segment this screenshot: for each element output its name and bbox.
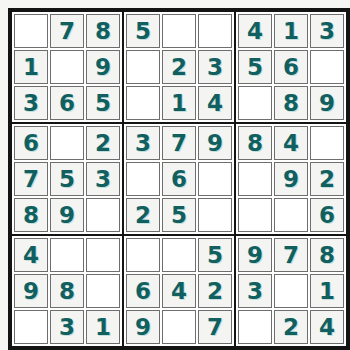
cell-r8c9[interactable]: 1 [310,274,344,308]
cell-r6c6[interactable] [198,198,232,232]
cell-r3c6[interactable]: 4 [198,86,232,120]
cell-r5c1[interactable]: 7 [14,162,48,196]
cell-r7c4[interactable] [126,238,160,272]
cell-r5c3[interactable]: 3 [86,162,120,196]
cell-r1c1[interactable] [14,14,48,48]
cell-r5c8[interactable]: 9 [274,162,308,196]
cell-r5c2[interactable]: 5 [50,162,84,196]
cell-r5c5[interactable]: 6 [162,162,196,196]
sudoku-box-6: 84926 [235,123,347,235]
cell-r7c2[interactable] [50,238,84,272]
cell-r9c4[interactable]: 9 [126,310,160,344]
cell-r3c8[interactable]: 8 [274,86,308,120]
sudoku-box-9: 9783124 [235,235,347,347]
cell-r5c7[interactable] [238,162,272,196]
sudoku-box-2: 52314 [123,11,235,123]
sudoku-box-7: 49831 [11,235,123,347]
cell-r9c6[interactable]: 7 [198,310,232,344]
cell-r3c2[interactable]: 6 [50,86,84,120]
cell-r4c6[interactable]: 9 [198,126,232,160]
cell-r7c7[interactable]: 9 [238,238,272,272]
cell-r9c5[interactable] [162,310,196,344]
cell-r1c8[interactable]: 1 [274,14,308,48]
cell-r3c7[interactable] [238,86,272,120]
cell-r4c1[interactable]: 6 [14,126,48,160]
cell-r7c5[interactable] [162,238,196,272]
cell-r6c1[interactable]: 8 [14,198,48,232]
cell-r2c6[interactable]: 3 [198,50,232,84]
cell-r8c8[interactable] [274,274,308,308]
cell-r1c2[interactable]: 7 [50,14,84,48]
cell-r2c3[interactable]: 9 [86,50,120,84]
cell-r7c6[interactable]: 5 [198,238,232,272]
cell-r2c5[interactable]: 2 [162,50,196,84]
cell-r5c6[interactable] [198,162,232,196]
cell-r6c7[interactable] [238,198,272,232]
cell-r1c7[interactable]: 4 [238,14,272,48]
cell-r3c4[interactable] [126,86,160,120]
cell-r6c2[interactable]: 9 [50,198,84,232]
cell-r8c3[interactable] [86,274,120,308]
cell-r2c7[interactable]: 5 [238,50,272,84]
cell-r6c9[interactable]: 6 [310,198,344,232]
cell-r1c4[interactable]: 5 [126,14,160,48]
cell-r3c3[interactable]: 5 [86,86,120,120]
cell-r4c8[interactable]: 4 [274,126,308,160]
cell-r7c9[interactable]: 8 [310,238,344,272]
cell-r7c3[interactable] [86,238,120,272]
cell-r1c9[interactable]: 3 [310,14,344,48]
cell-r2c4[interactable] [126,50,160,84]
cell-r4c5[interactable]: 7 [162,126,196,160]
cell-r4c2[interactable] [50,126,84,160]
cell-r4c3[interactable]: 2 [86,126,120,160]
cell-r7c8[interactable]: 7 [274,238,308,272]
sudoku-board: 7819365523144135689627538937962584926498… [8,8,350,350]
cell-r4c7[interactable]: 8 [238,126,272,160]
cell-r9c2[interactable]: 3 [50,310,84,344]
cell-r2c9[interactable] [310,50,344,84]
sudoku-box-1: 7819365 [11,11,123,123]
sudoku-box-4: 6275389 [11,123,123,235]
cell-r2c1[interactable]: 1 [14,50,48,84]
cell-r8c6[interactable]: 2 [198,274,232,308]
cell-r9c1[interactable] [14,310,48,344]
cell-r6c3[interactable] [86,198,120,232]
cell-r1c6[interactable] [198,14,232,48]
sudoku-box-5: 379625 [123,123,235,235]
sudoku-box-8: 564297 [123,235,235,347]
cell-r8c2[interactable]: 8 [50,274,84,308]
cell-r9c3[interactable]: 1 [86,310,120,344]
cell-r1c3[interactable]: 8 [86,14,120,48]
cell-r1c5[interactable] [162,14,196,48]
cell-r5c9[interactable]: 2 [310,162,344,196]
cell-r2c2[interactable] [50,50,84,84]
cell-r5c4[interactable] [126,162,160,196]
cell-r8c4[interactable]: 6 [126,274,160,308]
sudoku-box-3: 4135689 [235,11,347,123]
cell-r4c4[interactable]: 3 [126,126,160,160]
cell-r3c9[interactable]: 9 [310,86,344,120]
cell-r2c8[interactable]: 6 [274,50,308,84]
cell-r4c9[interactable] [310,126,344,160]
cell-r3c5[interactable]: 1 [162,86,196,120]
cell-r3c1[interactable]: 3 [14,86,48,120]
cell-r6c5[interactable]: 5 [162,198,196,232]
cell-r7c1[interactable]: 4 [14,238,48,272]
cell-r9c8[interactable]: 2 [274,310,308,344]
cell-r8c7[interactable]: 3 [238,274,272,308]
cell-r8c1[interactable]: 9 [14,274,48,308]
cell-r9c9[interactable]: 4 [310,310,344,344]
cell-r9c7[interactable] [238,310,272,344]
cell-r6c4[interactable]: 2 [126,198,160,232]
cell-r8c5[interactable]: 4 [162,274,196,308]
cell-r6c8[interactable] [274,198,308,232]
